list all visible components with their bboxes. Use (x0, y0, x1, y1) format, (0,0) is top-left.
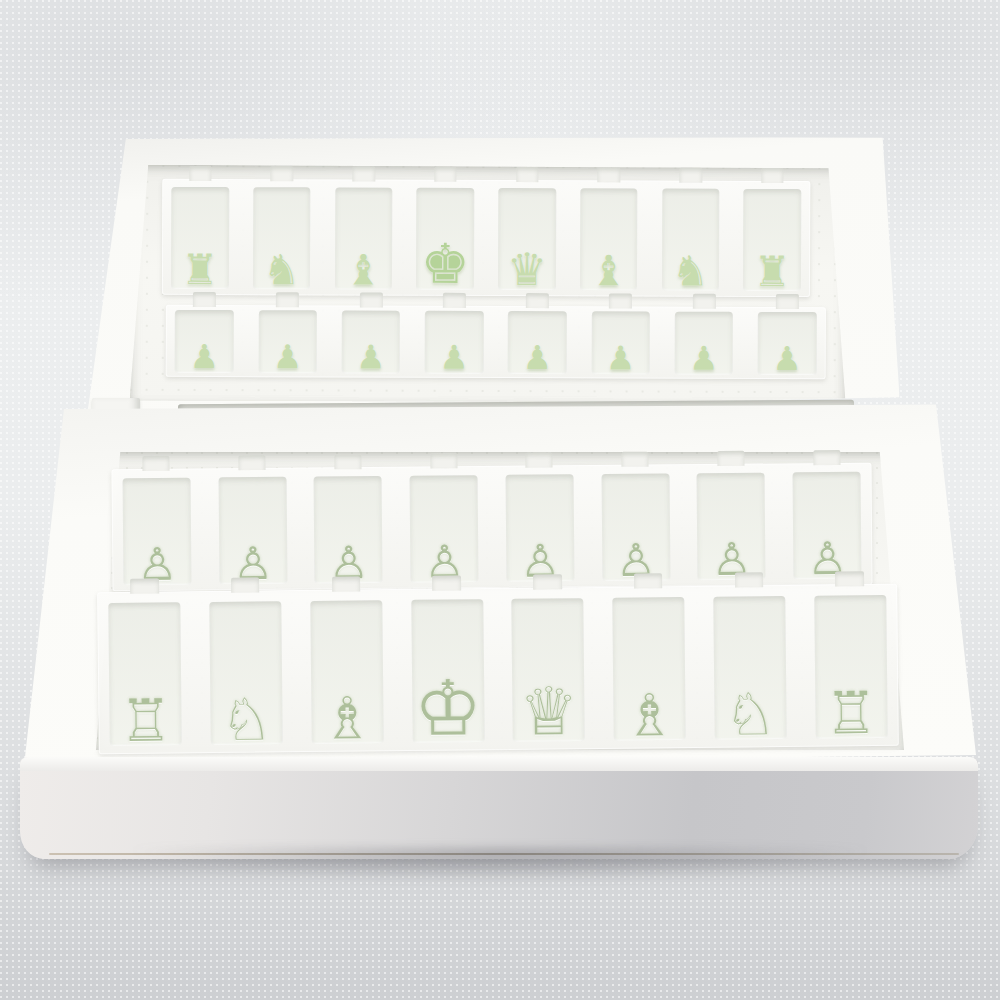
foam-slot: ♖ (97, 591, 193, 754)
foam-slot: ♛ (489, 180, 565, 296)
frosted-pawn-piece: ♟ (189, 340, 219, 377)
frosted-rook-piece: ♜ (753, 251, 791, 297)
foam-slot: ♝ (325, 179, 401, 295)
clear-bishop-piece: ♗ (623, 686, 676, 749)
clear-rook-piece: ♖ (120, 691, 173, 754)
foam-slot: ♜ (734, 181, 810, 297)
frosted-rook-piece: ♜ (181, 249, 219, 295)
clear-queen-piece: ♕ (519, 679, 579, 750)
foam-slot: ♚ (407, 180, 483, 296)
frosted-pawn-piece: ♟ (772, 342, 802, 379)
foam-slot: ♙ (590, 464, 681, 587)
foam-slot: ♟ (415, 306, 493, 378)
frosted-bishop-piece: ♝ (590, 250, 628, 296)
foam-slot: ♟ (166, 305, 244, 377)
frosted-bishop-piece: ♝ (344, 249, 382, 295)
frosted-pawn-piece: ♟ (439, 341, 469, 378)
foam-slot: ♙ (782, 463, 873, 586)
frosted-knight-piece: ♞ (671, 251, 709, 297)
foam-slot: ♘ (702, 585, 798, 748)
base-tray: ♙ ♙ ♙ ♙ ♙ ♙ ♙ ♙ ♖ ♘ ♗ ♔ ♕ ♗ ♘ ♖ (24, 398, 976, 766)
foam-slot: ♕ (500, 587, 596, 750)
foam-slot: ♖ (802, 584, 898, 747)
photo-stage: ♜ ♞ ♝ ♚ ♛ ♝ ♞ ♜ ♟ ♟ ♟ ♟ ♟ ♟ ♟ ♟ (0, 0, 1000, 1000)
foam-slot: ♔ (399, 588, 495, 751)
box-front-face (20, 757, 978, 859)
foam-slot: ♞ (244, 179, 320, 295)
foam-slot: ♙ (303, 467, 394, 590)
cast-shadow (34, 848, 966, 890)
foam-slot: ♟ (665, 307, 743, 379)
foam-slot: ♜ (162, 179, 238, 295)
foam-slot: ♟ (249, 305, 327, 377)
base-major-row: ♖ ♘ ♗ ♔ ♕ ♗ ♘ ♖ (97, 584, 899, 754)
clear-king-piece: ♔ (414, 670, 483, 751)
clear-knight-piece: ♘ (724, 685, 777, 748)
frosted-queen-piece: ♛ (507, 247, 548, 296)
foam-slot: ♟ (748, 307, 826, 379)
foam-slot: ♞ (652, 181, 728, 297)
frosted-king-piece: ♚ (420, 237, 470, 296)
lid-major-row: ♜ ♞ ♝ ♚ ♛ ♝ ♞ ♜ (162, 179, 810, 297)
frosted-pawn-piece: ♟ (606, 341, 636, 378)
frosted-knight-piece: ♞ (263, 249, 301, 295)
frosted-pawn-piece: ♟ (689, 342, 719, 379)
foam-slot: ♟ (499, 306, 577, 378)
frosted-pawn-piece: ♟ (522, 341, 552, 378)
foam-slot: ♟ (332, 305, 410, 377)
frosted-pawn-piece: ♟ (273, 340, 303, 377)
foam-slot: ♙ (494, 465, 585, 588)
clear-rook-piece: ♖ (825, 684, 878, 747)
foam-slot: ♙ (111, 469, 202, 592)
clear-knight-piece: ♘ (220, 690, 273, 753)
frosted-pawn-piece: ♟ (356, 341, 386, 378)
foam-slot: ♙ (399, 466, 490, 589)
foam-slot: ♗ (601, 586, 697, 749)
foam-slot: ♙ (207, 468, 298, 591)
lid-pawn-row: ♟ ♟ ♟ ♟ ♟ ♟ ♟ ♟ (166, 305, 826, 379)
foam-slot: ♟ (582, 306, 660, 378)
foam-slot: ♝ (571, 180, 647, 296)
foam-slot: ♙ (686, 464, 777, 587)
lid-tray: ♜ ♞ ♝ ♚ ♛ ♝ ♞ ♜ ♟ ♟ ♟ ♟ ♟ ♟ ♟ ♟ (88, 135, 901, 416)
foam-slot: ♘ (198, 590, 294, 753)
clear-bishop-piece: ♗ (321, 689, 374, 752)
foam-slot: ♗ (299, 589, 395, 752)
